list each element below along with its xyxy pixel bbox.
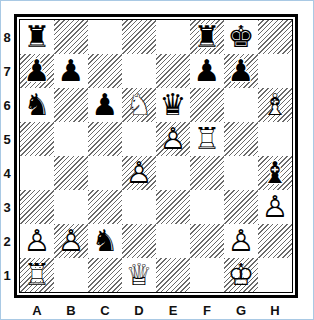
square-e4[interactable]	[156, 156, 190, 190]
white-piece-outline: ♖	[194, 124, 221, 154]
white-piece-outline: ♙	[126, 158, 153, 188]
white-pawn-d4[interactable]: ♟♙	[122, 156, 156, 190]
square-b6[interactable]	[54, 88, 88, 122]
square-e2[interactable]	[156, 224, 190, 258]
square-h1[interactable]	[258, 258, 292, 292]
file-labels: ABCDEFGH	[20, 302, 292, 318]
square-a5[interactable]	[20, 122, 54, 156]
white-piece-outline: ♘	[126, 90, 153, 120]
square-e8[interactable]	[156, 20, 190, 54]
file-label-E: E	[156, 302, 190, 318]
square-g2[interactable]: ♟♙	[224, 224, 258, 258]
square-h8[interactable]	[258, 20, 292, 54]
white-piece-outline: ♕	[126, 260, 153, 290]
white-piece-outline: ♔	[228, 260, 255, 290]
square-c5[interactable]	[88, 122, 122, 156]
square-a7[interactable]: ♟	[20, 54, 54, 88]
black-piece-glyph: ♟	[194, 56, 221, 86]
square-a4[interactable]	[20, 156, 54, 190]
rank-label-1: 1	[1, 258, 13, 292]
white-pawn-b2[interactable]: ♟♙	[54, 224, 88, 258]
square-d7[interactable]	[122, 54, 156, 88]
square-e1[interactable]	[156, 258, 190, 292]
square-h5[interactable]	[258, 122, 292, 156]
black-piece-glyph: ♝	[262, 158, 289, 188]
white-rook-a1[interactable]: ♜♖	[20, 258, 54, 292]
black-king-g8[interactable]: ♚	[224, 20, 258, 54]
rank-label-5: 5	[1, 122, 13, 156]
black-knight-a6[interactable]: ♞	[20, 88, 54, 122]
white-queen-d1[interactable]: ♛♕	[122, 258, 156, 292]
square-b4[interactable]	[54, 156, 88, 190]
square-a1[interactable]: ♜♖	[20, 258, 54, 292]
square-g8[interactable]: ♚	[224, 20, 258, 54]
white-rook-f5[interactable]: ♜♖	[190, 122, 224, 156]
square-c6[interactable]: ♟	[88, 88, 122, 122]
chess-diagram: 87654321 ♜♜♚♟♟♟♟♞♟♞♘♛♝♗♟♙♜♖♟♙♝♟♙♟♙♟♙♞♟♙♜…	[0, 0, 314, 320]
square-a6[interactable]: ♞	[20, 88, 54, 122]
square-b8[interactable]	[54, 20, 88, 54]
rank-label-7: 7	[1, 54, 13, 88]
square-h2[interactable]	[258, 224, 292, 258]
square-d3[interactable]	[122, 190, 156, 224]
square-d1[interactable]: ♛♕	[122, 258, 156, 292]
square-b7[interactable]: ♟	[54, 54, 88, 88]
square-c7[interactable]	[88, 54, 122, 88]
white-pawn-e5[interactable]: ♟♙	[156, 122, 190, 156]
square-d8[interactable]	[122, 20, 156, 54]
rank-labels: 87654321	[1, 20, 13, 292]
white-piece-outline: ♙	[24, 226, 51, 256]
square-h4[interactable]: ♝	[258, 156, 292, 190]
black-pawn-c6[interactable]: ♟	[88, 88, 122, 122]
black-piece-glyph: ♞	[92, 226, 119, 256]
square-b2[interactable]: ♟♙	[54, 224, 88, 258]
file-label-A: A	[20, 302, 54, 318]
white-piece-outline: ♙	[160, 124, 187, 154]
rank-label-6: 6	[1, 88, 13, 122]
black-piece-glyph: ♞	[24, 90, 51, 120]
square-f8[interactable]: ♜	[190, 20, 224, 54]
square-f7[interactable]: ♟	[190, 54, 224, 88]
square-f3[interactable]	[190, 190, 224, 224]
square-h3[interactable]: ♟♙	[258, 190, 292, 224]
white-piece-outline: ♙	[262, 192, 289, 222]
black-pawn-g7[interactable]: ♟	[224, 54, 258, 88]
white-king-g1[interactable]: ♚♔	[224, 258, 258, 292]
square-e3[interactable]	[156, 190, 190, 224]
black-pawn-b7[interactable]: ♟	[54, 54, 88, 88]
black-piece-glyph: ♟	[24, 56, 51, 86]
black-piece-glyph: ♟	[58, 56, 85, 86]
square-e5[interactable]: ♟♙	[156, 122, 190, 156]
white-piece-outline: ♙	[58, 226, 85, 256]
black-pawn-a7[interactable]: ♟	[20, 54, 54, 88]
white-piece-outline: ♗	[262, 90, 289, 120]
square-d4[interactable]: ♟♙	[122, 156, 156, 190]
square-h7[interactable]	[258, 54, 292, 88]
square-g6[interactable]	[224, 88, 258, 122]
file-label-H: H	[258, 302, 292, 318]
black-pawn-f7[interactable]: ♟	[190, 54, 224, 88]
square-c3[interactable]	[88, 190, 122, 224]
square-g4[interactable]	[224, 156, 258, 190]
black-piece-glyph: ♟	[228, 56, 255, 86]
white-piece-outline: ♙	[228, 226, 255, 256]
file-label-C: C	[88, 302, 122, 318]
square-b1[interactable]	[54, 258, 88, 292]
rank-label-3: 3	[1, 190, 13, 224]
white-knight-d6[interactable]: ♞♘	[122, 88, 156, 122]
black-bishop-h4[interactable]: ♝	[258, 156, 292, 190]
square-c8[interactable]	[88, 20, 122, 54]
square-g1[interactable]: ♚♔	[224, 258, 258, 292]
square-e6[interactable]: ♛	[156, 88, 190, 122]
square-g5[interactable]	[224, 122, 258, 156]
square-d2[interactable]	[122, 224, 156, 258]
rank-label-2: 2	[1, 224, 13, 258]
white-piece-outline: ♖	[24, 260, 51, 290]
square-c2[interactable]: ♞	[88, 224, 122, 258]
file-label-B: B	[54, 302, 88, 318]
black-queen-e6[interactable]: ♛	[156, 88, 190, 122]
white-pawn-g2[interactable]: ♟♙	[224, 224, 258, 258]
square-d5[interactable]	[122, 122, 156, 156]
square-c4[interactable]	[88, 156, 122, 190]
square-a2[interactable]: ♟♙	[20, 224, 54, 258]
black-knight-c2[interactable]: ♞	[88, 224, 122, 258]
square-f4[interactable]	[190, 156, 224, 190]
square-c1[interactable]	[88, 258, 122, 292]
square-e7[interactable]	[156, 54, 190, 88]
file-label-D: D	[122, 302, 156, 318]
white-bishop-h6[interactable]: ♝♗	[258, 88, 292, 122]
rank-label-4: 4	[1, 156, 13, 190]
board-grid: ♜♜♚♟♟♟♟♞♟♞♘♛♝♗♟♙♜♖♟♙♝♟♙♟♙♟♙♞♟♙♜♖♛♕♚♔	[19, 19, 293, 293]
black-piece-glyph: ♚	[228, 22, 255, 52]
square-b5[interactable]	[54, 122, 88, 156]
white-pawn-a2[interactable]: ♟♙	[20, 224, 54, 258]
black-rook-f8[interactable]: ♜	[190, 20, 224, 54]
black-piece-glyph: ♛	[160, 90, 187, 120]
square-h6[interactable]: ♝♗	[258, 88, 292, 122]
black-piece-glyph: ♟	[92, 90, 119, 120]
square-g3[interactable]	[224, 190, 258, 224]
square-f5[interactable]: ♜♖	[190, 122, 224, 156]
square-a8[interactable]: ♜	[20, 20, 54, 54]
square-f2[interactable]	[190, 224, 224, 258]
square-b3[interactable]	[54, 190, 88, 224]
file-label-F: F	[190, 302, 224, 318]
square-a3[interactable]	[20, 190, 54, 224]
chess-board: ♜♜♚♟♟♟♟♞♟♞♘♛♝♗♟♙♜♖♟♙♝♟♙♟♙♟♙♞♟♙♜♖♛♕♚♔	[14, 14, 298, 298]
rank-label-8: 8	[1, 20, 13, 54]
square-g7[interactable]: ♟	[224, 54, 258, 88]
black-rook-a8[interactable]: ♜	[20, 20, 54, 54]
file-label-G: G	[224, 302, 258, 318]
black-piece-glyph: ♜	[194, 22, 221, 52]
white-pawn-h3[interactable]: ♟♙	[258, 190, 292, 224]
square-f1[interactable]	[190, 258, 224, 292]
square-d6[interactable]: ♞♘	[122, 88, 156, 122]
black-piece-glyph: ♜	[24, 22, 51, 52]
square-f6[interactable]	[190, 88, 224, 122]
